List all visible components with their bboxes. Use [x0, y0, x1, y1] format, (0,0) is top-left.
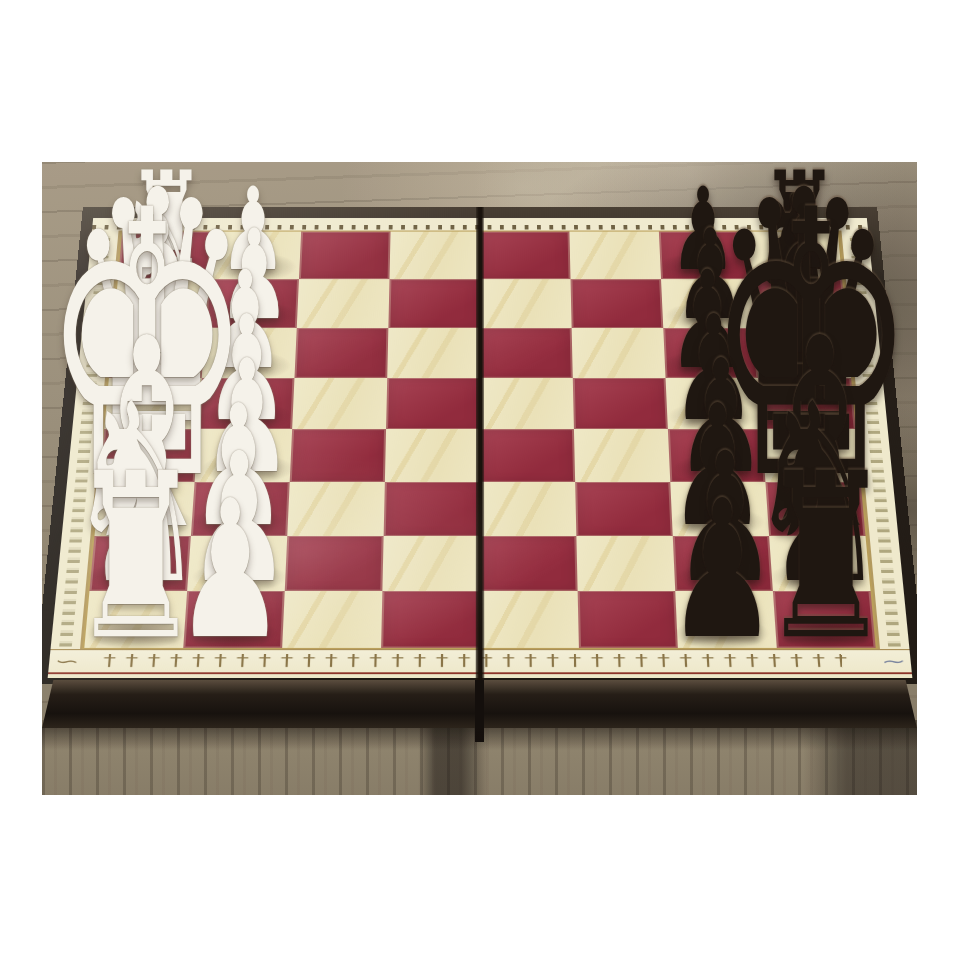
page-background: { "image_type": "photo of folding magnet… [0, 0, 960, 960]
pieces-layer: ♜♟♟♜♞♟♟♞♝♟♟♝♛♟♟♛♚♟♟♚♝♟♟♝♞♟♟♞♜♟♟♜ [42, 162, 917, 795]
white-rook-piece-h1[interactable]: ♜ [62, 444, 210, 672]
black-pawn-piece-h7[interactable]: ♟ [660, 475, 784, 665]
chess-set-photo: †††††††††††††††††††††††††††††††††† ∽ ∽ ♜… [42, 162, 917, 795]
